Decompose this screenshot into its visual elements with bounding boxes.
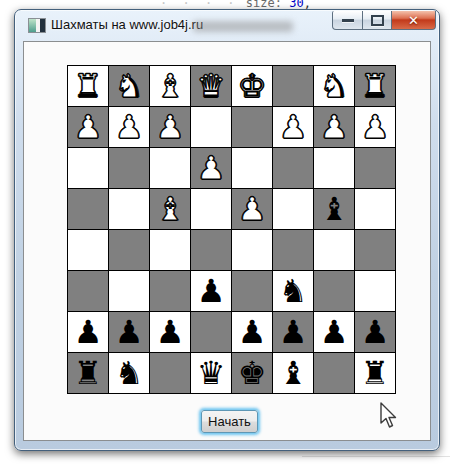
maximize-icon — [371, 15, 384, 26]
square-h4[interactable] — [355, 189, 395, 229]
square-b7[interactable]: ♟ — [109, 312, 149, 352]
black-p-piece: ♟ — [115, 312, 144, 352]
square-b6[interactable] — [109, 271, 149, 311]
square-g7[interactable]: ♟ — [314, 312, 354, 352]
white-p-piece: ♟ — [156, 107, 185, 147]
square-a7[interactable]: ♟ — [68, 312, 108, 352]
square-g1[interactable]: ♞ — [314, 66, 354, 106]
caption-buttons: ✕ — [332, 11, 436, 30]
square-a6[interactable] — [68, 271, 108, 311]
square-g8[interactable] — [314, 353, 354, 393]
square-a8[interactable]: ♜ — [68, 353, 108, 393]
white-n-piece: ♞ — [115, 66, 144, 106]
square-h5[interactable] — [355, 230, 395, 270]
square-f3[interactable] — [273, 148, 313, 188]
square-b1[interactable]: ♞ — [109, 66, 149, 106]
white-p-piece: ♟ — [238, 189, 267, 229]
square-a4[interactable] — [68, 189, 108, 229]
square-c3[interactable] — [150, 148, 190, 188]
white-p-piece: ♟ — [361, 107, 390, 147]
square-b5[interactable] — [109, 230, 149, 270]
square-h3[interactable] — [355, 148, 395, 188]
close-icon: ✕ — [408, 14, 419, 27]
close-button[interactable]: ✕ — [392, 11, 436, 30]
square-c6[interactable] — [150, 271, 190, 311]
start-button[interactable]: Начать — [201, 410, 258, 433]
square-a3[interactable] — [68, 148, 108, 188]
chess-board: ♜♞♝♛♚♞♜♟♟♟♟♟♟♟♝♟♝♟♞♟♟♟♟♟♟♟♜♞♛♚♝♜ — [67, 65, 396, 394]
background-divider-line — [302, 456, 450, 457]
square-c7[interactable]: ♟ — [150, 312, 190, 352]
white-r-piece: ♜ — [74, 66, 103, 106]
chess-app-window: Шахматы на www.job4j.ru ✕ ♜♞♝♛♚♞♜♟♟♟♟♟♟♟… — [14, 9, 440, 451]
white-r-piece: ♜ — [361, 66, 390, 106]
black-b-piece: ♝ — [279, 353, 308, 393]
square-a2[interactable]: ♟ — [68, 107, 108, 147]
square-g5[interactable] — [314, 230, 354, 270]
white-b-piece: ♝ — [156, 189, 185, 229]
black-k-piece: ♚ — [238, 353, 267, 393]
black-r-piece: ♜ — [361, 353, 390, 393]
square-e3[interactable] — [232, 148, 272, 188]
black-p-piece: ♟ — [320, 312, 349, 352]
square-a1[interactable]: ♜ — [68, 66, 108, 106]
white-b-piece: ♝ — [156, 66, 185, 106]
square-e2[interactable] — [232, 107, 272, 147]
square-f7[interactable]: ♟ — [273, 312, 313, 352]
black-q-piece: ♛ — [197, 353, 226, 393]
minimize-icon — [342, 19, 354, 22]
square-e1[interactable]: ♚ — [232, 66, 272, 106]
square-h7[interactable]: ♟ — [355, 312, 395, 352]
square-c5[interactable] — [150, 230, 190, 270]
app-icon — [28, 18, 46, 33]
square-f1[interactable] — [273, 66, 313, 106]
square-e5[interactable] — [232, 230, 272, 270]
white-k-piece: ♚ — [238, 66, 267, 106]
maximize-button[interactable] — [363, 11, 392, 30]
square-h6[interactable] — [355, 271, 395, 311]
square-f5[interactable] — [273, 230, 313, 270]
square-e6[interactable] — [232, 271, 272, 311]
white-p-piece: ♟ — [74, 107, 103, 147]
square-g2[interactable]: ♟ — [314, 107, 354, 147]
square-f4[interactable] — [273, 189, 313, 229]
white-q-piece: ♛ — [197, 66, 226, 106]
square-g3[interactable] — [314, 148, 354, 188]
square-h8[interactable]: ♜ — [355, 353, 395, 393]
square-d6[interactable]: ♟ — [191, 271, 231, 311]
square-f8[interactable]: ♝ — [273, 353, 313, 393]
black-p-piece: ♟ — [279, 312, 308, 352]
square-d8[interactable]: ♛ — [191, 353, 231, 393]
square-e7[interactable]: ♟ — [232, 312, 272, 352]
square-b8[interactable]: ♞ — [109, 353, 149, 393]
square-g4[interactable]: ♝ — [314, 189, 354, 229]
black-n-piece: ♞ — [279, 271, 308, 311]
square-c2[interactable]: ♟ — [150, 107, 190, 147]
square-h2[interactable]: ♟ — [355, 107, 395, 147]
window-title: Шахматы на www.job4j.ru — [51, 17, 203, 32]
square-c8[interactable] — [150, 353, 190, 393]
black-p-piece: ♟ — [238, 312, 267, 352]
black-p-piece: ♟ — [197, 271, 226, 311]
black-r-piece: ♜ — [74, 353, 103, 393]
square-g6[interactable] — [314, 271, 354, 311]
white-p-piece: ♟ — [279, 107, 308, 147]
square-b3[interactable] — [109, 148, 149, 188]
square-h1[interactable]: ♜ — [355, 66, 395, 106]
black-n-piece: ♞ — [115, 353, 144, 393]
square-a5[interactable] — [68, 230, 108, 270]
square-d7[interactable] — [191, 312, 231, 352]
blurred-background-text — [193, 21, 293, 32]
white-n-piece: ♞ — [320, 66, 349, 106]
white-p-piece: ♟ — [320, 107, 349, 147]
square-b2[interactable]: ♟ — [109, 107, 149, 147]
square-f2[interactable]: ♟ — [273, 107, 313, 147]
square-e8[interactable]: ♚ — [232, 353, 272, 393]
square-d2[interactable] — [191, 107, 231, 147]
window-content-panel: ♜♞♝♛♚♞♜♟♟♟♟♟♟♟♝♟♝♟♞♟♟♟♟♟♟♟♜♞♛♚♝♜ Начать — [23, 41, 431, 441]
square-b4[interactable] — [109, 189, 149, 229]
square-d3[interactable]: ♟ — [191, 148, 231, 188]
black-p-piece: ♟ — [156, 312, 185, 352]
square-d4[interactable] — [191, 189, 231, 229]
white-p-piece: ♟ — [197, 148, 226, 188]
black-b-piece: ♝ — [320, 189, 349, 229]
square-f6[interactable]: ♞ — [273, 271, 313, 311]
square-d1[interactable]: ♛ — [191, 66, 231, 106]
square-e4[interactable]: ♟ — [232, 189, 272, 229]
minimize-button[interactable] — [332, 11, 363, 30]
mouse-cursor — [380, 402, 400, 430]
white-p-piece: ♟ — [115, 107, 144, 147]
square-c1[interactable]: ♝ — [150, 66, 190, 106]
black-p-piece: ♟ — [361, 312, 390, 352]
square-c4[interactable]: ♝ — [150, 189, 190, 229]
black-p-piece: ♟ — [74, 312, 103, 352]
square-d5[interactable] — [191, 230, 231, 270]
